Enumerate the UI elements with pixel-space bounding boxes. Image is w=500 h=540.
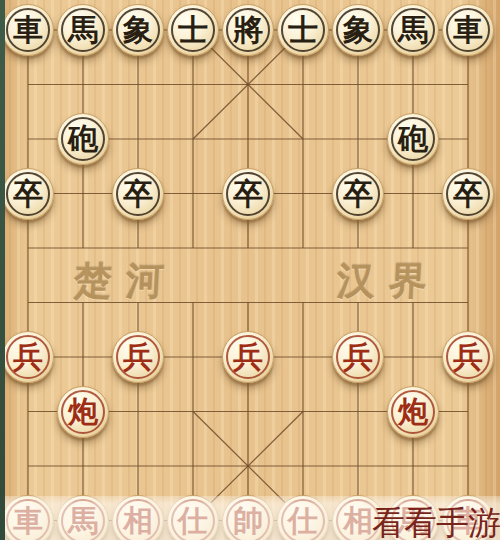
river-label-chu-he: 楚河	[51, 258, 187, 304]
piece-black-advisor[interactable]: 士	[277, 4, 329, 56]
piece-black-cannon[interactable]: 砲	[57, 113, 109, 165]
piece-black-soldier[interactable]: 卒	[332, 168, 384, 220]
piece-black-chariot[interactable]: 車	[442, 4, 494, 56]
piece-black-soldier[interactable]: 卒	[222, 168, 274, 220]
piece-black-soldier[interactable]: 卒	[112, 168, 164, 220]
piece-black-horse[interactable]: 馬	[387, 4, 439, 56]
piece-black-elephant[interactable]: 象	[332, 4, 384, 56]
piece-red-cannon[interactable]: 炮	[387, 386, 439, 438]
piece-black-elephant[interactable]: 象	[112, 4, 164, 56]
piece-red-soldier[interactable]: 兵	[442, 331, 494, 383]
board-edge	[0, 0, 5, 540]
piece-red-soldier[interactable]: 兵	[332, 331, 384, 383]
piece-black-soldier[interactable]: 卒	[442, 168, 494, 220]
piece-red-soldier[interactable]: 兵	[222, 331, 274, 383]
piece-black-general[interactable]: 將	[222, 4, 274, 56]
piece-red-soldier[interactable]: 兵	[2, 331, 54, 383]
watermark-text: 看看手游网	[372, 501, 500, 540]
piece-black-cannon[interactable]: 砲	[387, 113, 439, 165]
piece-black-advisor[interactable]: 士	[167, 4, 219, 56]
xiangqi-board[interactable]: 楚河 汉界 車馬象士將士象馬車砲砲卒卒卒卒卒兵兵兵兵兵炮炮車馬相仕帥仕相馬車 看…	[0, 0, 500, 540]
river-label-han-jie: 汉界	[314, 258, 450, 304]
piece-red-soldier[interactable]: 兵	[112, 331, 164, 383]
piece-black-soldier[interactable]: 卒	[2, 168, 54, 220]
piece-black-chariot[interactable]: 車	[2, 4, 54, 56]
piece-red-cannon[interactable]: 炮	[57, 386, 109, 438]
piece-black-horse[interactable]: 馬	[57, 4, 109, 56]
